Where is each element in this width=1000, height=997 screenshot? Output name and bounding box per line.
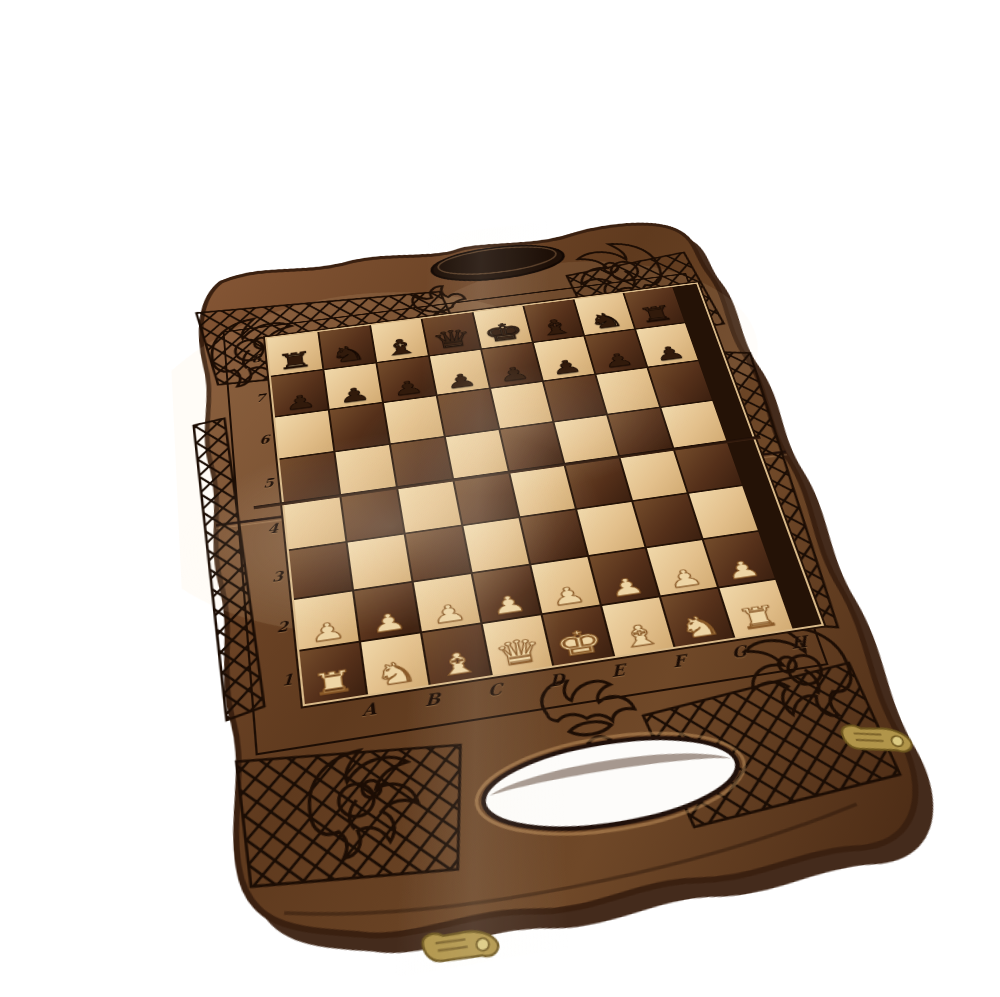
square-b1: ♞ bbox=[361, 633, 428, 694]
square-e6 bbox=[491, 382, 552, 428]
photo-scene: 87654321 ♜♞♝♛♚♝♞♜♟♟♟♟♟♟♟♟♟♟♟♟♟♟♟♟♜♞♝♛♚♝♞… bbox=[0, 0, 1000, 997]
square-e3 bbox=[521, 510, 587, 563]
black-pawn-e7: ♟ bbox=[486, 345, 541, 386]
square-c8: ♝ bbox=[371, 319, 428, 362]
rank-label-6: 6 bbox=[247, 417, 276, 462]
square-d7: ♟ bbox=[430, 350, 489, 395]
square-f2: ♟ bbox=[589, 549, 658, 605]
square-f7: ♟ bbox=[534, 336, 594, 380]
square-h7: ♟ bbox=[636, 323, 698, 366]
square-g8: ♞ bbox=[574, 293, 633, 335]
square-b8: ♞ bbox=[319, 325, 375, 368]
rank-label-8: 8 bbox=[240, 338, 268, 379]
square-a3 bbox=[289, 543, 352, 598]
square-c6 bbox=[384, 396, 444, 443]
square-b3 bbox=[348, 535, 412, 590]
black-pawn-g7: ♟ bbox=[592, 332, 646, 373]
black-pawn-f7: ♟ bbox=[539, 339, 594, 380]
square-e8: ♚ bbox=[474, 306, 532, 348]
square-f4 bbox=[566, 458, 631, 508]
product-photo: 87654321 ♜♞♝♛♚♝♞♜♟♟♟♟♟♟♟♟♟♟♟♟♟♟♟♟♜♞♝♛♚♝♞… bbox=[0, 0, 1000, 997]
square-h2: ♟ bbox=[704, 532, 775, 587]
brass-latch-bottom bbox=[422, 931, 498, 961]
square-g7: ♟ bbox=[585, 330, 646, 374]
rank-label-5: 5 bbox=[251, 460, 281, 508]
square-a8: ♜ bbox=[267, 332, 322, 376]
wooden-chess-case: 87654321 ♜♞♝♛♚♝♞♜♟♟♟♟♟♟♟♟♟♟♟♟♟♟♟♟♜♞♝♛♚♝♞… bbox=[167, 202, 980, 997]
square-a6 bbox=[275, 411, 333, 459]
square-c7: ♟ bbox=[377, 357, 435, 402]
black-pawn-b7: ♟ bbox=[325, 366, 381, 408]
black-pawn-h7: ♟ bbox=[643, 325, 697, 366]
square-g3 bbox=[633, 494, 701, 547]
square-b6 bbox=[330, 403, 389, 450]
black-pawn-d7: ♟ bbox=[433, 352, 489, 393]
rank-label-7: 7 bbox=[243, 377, 271, 420]
square-f3 bbox=[577, 502, 644, 555]
black-rook-h8: ♜ bbox=[630, 282, 683, 328]
square-e7: ♟ bbox=[482, 343, 542, 387]
black-pawn-c7: ♟ bbox=[379, 359, 435, 401]
rank-label-3: 3 bbox=[259, 551, 290, 604]
white-rook-a1: ♜ bbox=[299, 645, 366, 703]
square-f6 bbox=[544, 375, 606, 421]
white-pawn-c2: ♟ bbox=[417, 582, 480, 630]
square-b7: ♟ bbox=[324, 363, 381, 408]
square-g6 bbox=[596, 368, 659, 414]
square-d8: ♛ bbox=[423, 312, 480, 355]
black-pawn-a7: ♟ bbox=[271, 373, 328, 415]
square-e4 bbox=[510, 465, 575, 516]
square-h6 bbox=[648, 361, 711, 406]
square-c4 bbox=[398, 481, 461, 533]
square-f8: ♝ bbox=[524, 300, 583, 342]
square-h8: ♜ bbox=[624, 287, 684, 328]
square-h4 bbox=[675, 443, 742, 493]
square-a7: ♟ bbox=[271, 370, 328, 416]
square-d6 bbox=[438, 389, 498, 436]
